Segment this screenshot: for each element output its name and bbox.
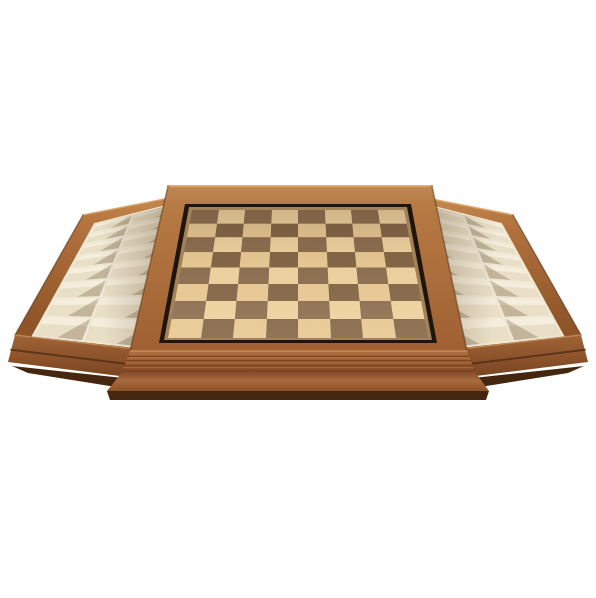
square-f5: [326, 252, 356, 267]
square-h3: [388, 284, 421, 301]
square-c7: [242, 223, 270, 237]
square-g8: [351, 210, 379, 223]
square-h2: [390, 301, 424, 319]
square-e5: [298, 252, 327, 267]
square-h7: [379, 223, 409, 237]
square-g6: [354, 237, 384, 252]
square-a6: [184, 237, 215, 252]
square-c1: [233, 319, 266, 338]
square-d2: [266, 301, 298, 319]
base-bottom-edge: [107, 391, 489, 400]
square-d7: [270, 223, 298, 237]
square-c3: [236, 284, 268, 301]
molded-base: [107, 370, 489, 391]
square-g3: [358, 284, 390, 301]
square-h1: [393, 319, 428, 338]
square-c4: [238, 267, 269, 283]
chess-storage-box-photo: [0, 0, 596, 598]
square-h6: [381, 237, 412, 252]
square-f4: [327, 267, 358, 283]
square-b6: [213, 237, 243, 252]
square-a5: [181, 252, 212, 267]
square-b4: [208, 267, 239, 283]
square-e2: [298, 301, 330, 319]
square-f2: [329, 301, 361, 319]
square-b5: [210, 252, 241, 267]
square-d5: [269, 252, 298, 267]
square-a7: [187, 223, 217, 237]
square-f6: [326, 237, 355, 252]
square-d4: [268, 267, 298, 283]
square-a8: [190, 210, 219, 223]
square-e7: [298, 223, 326, 237]
square-d3: [267, 284, 298, 301]
square-a4: [178, 267, 210, 283]
checkerboard: [168, 210, 428, 338]
square-e1: [298, 319, 331, 338]
square-c8: [244, 210, 272, 223]
square-e8: [298, 210, 325, 223]
square-g7: [352, 223, 381, 237]
square-b7: [215, 223, 244, 237]
square-d6: [270, 237, 298, 252]
square-e3: [298, 284, 329, 301]
square-g5: [355, 252, 386, 267]
square-f8: [324, 210, 352, 223]
square-b8: [217, 210, 245, 223]
square-a2: [172, 301, 206, 319]
square-h8: [377, 210, 406, 223]
square-c6: [241, 237, 270, 252]
square-h4: [386, 267, 418, 283]
square-f1: [330, 319, 363, 338]
square-c2: [235, 301, 267, 319]
square-d1: [266, 319, 299, 338]
square-a1: [168, 319, 203, 338]
square-g2: [360, 301, 393, 319]
square-b1: [201, 319, 235, 338]
square-f3: [328, 284, 360, 301]
square-b3: [206, 284, 238, 301]
square-d8: [271, 210, 298, 223]
square-f7: [325, 223, 353, 237]
square-c5: [240, 252, 270, 267]
square-g4: [356, 267, 387, 283]
square-g1: [361, 319, 395, 338]
square-b2: [203, 301, 236, 319]
square-h5: [383, 252, 414, 267]
square-e6: [298, 237, 326, 252]
square-e4: [298, 267, 328, 283]
square-a3: [175, 284, 208, 301]
